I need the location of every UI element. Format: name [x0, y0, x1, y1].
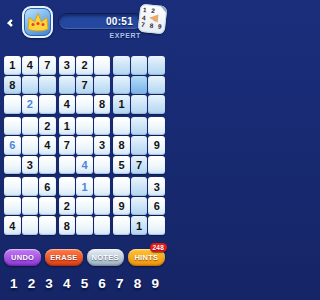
cell-r1c4[interactable]: 3: [59, 56, 76, 75]
cell-r6c6[interactable]: [94, 156, 111, 175]
cell-r8c8[interactable]: [131, 197, 148, 216]
back-button[interactable]: [6, 18, 18, 30]
hints-button[interactable]: HINTS 248: [128, 249, 165, 266]
cell-r4c7[interactable]: [113, 117, 130, 136]
cell-r2c4[interactable]: [59, 76, 76, 95]
cell-r9c9[interactable]: [148, 216, 165, 235]
cell-r4c5[interactable]: [76, 117, 93, 136]
cell-r5c2[interactable]: [22, 136, 39, 155]
box-5: 1734: [59, 117, 111, 175]
cell-r2c9[interactable]: [148, 76, 165, 95]
notes-button[interactable]: NOTES: [87, 249, 124, 266]
cell-r8c6[interactable]: [94, 197, 111, 216]
cell-r7c5[interactable]: 1: [76, 177, 93, 196]
cell-r8c4[interactable]: 2: [59, 197, 76, 216]
cell-r1c1[interactable]: 1: [4, 56, 21, 75]
difficulty-label: EXPERT: [109, 32, 141, 39]
cell-r8c2[interactable]: [22, 197, 39, 216]
cell-r1c9[interactable]: [148, 56, 165, 75]
erase-button[interactable]: ERASE: [45, 249, 82, 266]
box-3: 1: [113, 56, 165, 114]
cell-r2c5[interactable]: 7: [76, 76, 93, 95]
cell-r6c8[interactable]: 7: [131, 156, 148, 175]
crown-icon: [26, 11, 50, 33]
cell-r6c4[interactable]: [59, 156, 76, 175]
box-4: 2643: [4, 117, 56, 175]
numpad-4[interactable]: 4: [63, 276, 71, 291]
cell-r7c2[interactable]: [22, 177, 39, 196]
box-6: 8957: [113, 117, 165, 175]
cell-r2c1[interactable]: 8: [4, 76, 21, 95]
cell-r1c5[interactable]: 2: [76, 56, 93, 75]
cell-r6c5[interactable]: 4: [76, 156, 93, 175]
cell-r3c5[interactable]: [76, 95, 93, 114]
cell-r5c5[interactable]: [76, 136, 93, 155]
cell-r5c6[interactable]: 3: [94, 136, 111, 155]
cell-r2c6[interactable]: [94, 76, 111, 95]
cell-r6c3[interactable]: [39, 156, 56, 175]
mini-icon-row: 7 8 9: [141, 21, 166, 31]
cell-r4c4[interactable]: 1: [59, 117, 76, 136]
cell-r7c7[interactable]: [113, 177, 130, 196]
cell-r6c1[interactable]: [4, 156, 21, 175]
cell-r8c1[interactable]: [4, 197, 21, 216]
cell-r3c4[interactable]: 4: [59, 95, 76, 114]
timer-value: 00:51: [106, 16, 133, 27]
puzzle-piece-icon: [149, 14, 159, 23]
cell-r1c6[interactable]: [94, 56, 111, 75]
cell-r9c7[interactable]: [113, 216, 130, 235]
numpad-9[interactable]: 9: [151, 276, 159, 291]
cell-r5c4[interactable]: 7: [59, 136, 76, 155]
cell-r7c3[interactable]: 6: [39, 177, 56, 196]
cell-r9c8[interactable]: 1: [131, 216, 148, 235]
number-pad: 1 2 3 4 5 6 7 8 9: [0, 276, 169, 291]
cell-r4c9[interactable]: [148, 117, 165, 136]
cell-r8c7[interactable]: 9: [113, 197, 130, 216]
box-2: 32748: [59, 56, 111, 114]
cell-r9c3[interactable]: [39, 216, 56, 235]
hints-count-badge: 248: [150, 243, 167, 252]
numpad-7[interactable]: 7: [116, 276, 124, 291]
cell-r8c5[interactable]: [76, 197, 93, 216]
numpad-8[interactable]: 8: [134, 276, 142, 291]
numpad-5[interactable]: 5: [81, 276, 89, 291]
cell-r5c3[interactable]: 4: [39, 136, 56, 155]
cell-r9c6[interactable]: [94, 216, 111, 235]
cell-r9c1[interactable]: 4: [4, 216, 21, 235]
numpad-2[interactable]: 2: [28, 276, 36, 291]
cell-r8c3[interactable]: [39, 197, 56, 216]
numpad-1[interactable]: 1: [10, 276, 18, 291]
box-1: 14782: [4, 56, 56, 114]
sudoku-board: 14782327481264317348957641283961: [4, 56, 165, 235]
toolbar: UNDO ERASE NOTES HINTS 248: [4, 249, 165, 266]
undo-button[interactable]: UNDO: [4, 249, 41, 266]
cell-r9c5[interactable]: [76, 216, 93, 235]
numpad-6[interactable]: 6: [98, 276, 106, 291]
cell-r9c4[interactable]: 8: [59, 216, 76, 235]
notes-label: NOTES: [91, 253, 118, 262]
cell-r3c9[interactable]: [148, 95, 165, 114]
cell-r5c1[interactable]: 6: [4, 136, 21, 155]
cell-r5c8[interactable]: [131, 136, 148, 155]
cell-r2c2[interactable]: [22, 76, 39, 95]
cell-r2c8[interactable]: [131, 76, 148, 95]
cell-r2c3[interactable]: [39, 76, 56, 95]
app-logo: [22, 6, 53, 38]
cell-r9c2[interactable]: [22, 216, 39, 235]
cell-r3c7[interactable]: 1: [113, 95, 130, 114]
cell-r4c1[interactable]: [4, 117, 21, 136]
cell-r6c9[interactable]: [148, 156, 165, 175]
cell-r3c8[interactable]: [131, 95, 148, 114]
cell-r4c8[interactable]: [131, 117, 148, 136]
cell-r7c9[interactable]: 3: [148, 177, 165, 196]
cell-r3c6[interactable]: 8: [94, 95, 111, 114]
cell-r1c3[interactable]: 7: [39, 56, 56, 75]
cell-r6c7[interactable]: 5: [113, 156, 130, 175]
timer-pill: 00:51: [58, 13, 143, 30]
cell-r7c1[interactable]: [4, 177, 21, 196]
chevron-left-icon: [7, 19, 15, 27]
box-9: 3961: [113, 177, 165, 235]
cell-r4c6[interactable]: [94, 117, 111, 136]
cell-r3c3[interactable]: [39, 95, 56, 114]
folded-corner-icon: [159, 5, 168, 15]
cell-r3c2[interactable]: 2: [22, 95, 39, 114]
cell-r7c8[interactable]: [131, 177, 148, 196]
cell-r1c7[interactable]: [113, 56, 130, 75]
cell-r7c6[interactable]: [94, 177, 111, 196]
cell-r1c2[interactable]: 4: [22, 56, 39, 75]
cell-r7c4[interactable]: [59, 177, 76, 196]
box-8: 128: [59, 177, 111, 235]
box-7: 64: [4, 177, 56, 235]
undo-label: UNDO: [11, 253, 34, 262]
cell-r1c8[interactable]: [131, 56, 148, 75]
hints-label: HINTS: [134, 253, 158, 262]
cell-r5c7[interactable]: 8: [113, 136, 130, 155]
cell-r4c2[interactable]: [22, 117, 39, 136]
cell-r8c9[interactable]: 6: [148, 197, 165, 216]
cell-r2c7[interactable]: [113, 76, 130, 95]
erase-label: ERASE: [50, 253, 77, 262]
cell-r5c9[interactable]: 9: [148, 136, 165, 155]
numpad-3[interactable]: 3: [45, 276, 53, 291]
cell-r4c3[interactable]: 2: [39, 117, 56, 136]
mini-sudoku-icon: 1 2 4 5 7 8 9: [138, 4, 168, 35]
cell-r3c1[interactable]: [4, 95, 21, 114]
cell-r6c2[interactable]: 3: [22, 156, 39, 175]
